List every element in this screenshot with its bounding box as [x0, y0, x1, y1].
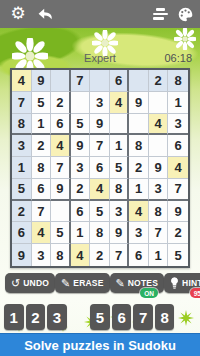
ad-banner[interactable]: Solve puzzles in Sudoku: [0, 333, 200, 356]
cell-r8c9[interactable]: 2: [168, 222, 188, 244]
cell-r8c2[interactable]: 4: [32, 222, 52, 244]
settings-gear-icon[interactable]: ⚙: [9, 5, 27, 23]
cell-r9c9[interactable]: 5: [168, 244, 188, 266]
leaderboard-list-icon[interactable]: [153, 5, 171, 23]
pencil-icon: ✎: [61, 278, 70, 289]
cell-r7c6[interactable]: 3: [110, 201, 130, 223]
cell-r3c7[interactable]: [129, 114, 149, 136]
undo-label: UNDO: [23, 278, 49, 288]
cell-r3c5[interactable]: 9: [90, 114, 110, 136]
cell-r9c8[interactable]: 1: [149, 244, 169, 266]
numpad-empty-slot-4: [69, 304, 89, 330]
cell-r2c4[interactable]: [71, 92, 91, 114]
numpad-button-3[interactable]: 3: [47, 304, 67, 330]
cell-r3c9[interactable]: 3: [168, 114, 188, 136]
cell-r3c3[interactable]: 6: [51, 114, 71, 136]
timer-label: 06:18: [164, 52, 192, 64]
cell-r6c9[interactable]: 7: [168, 179, 188, 201]
cell-r6c4[interactable]: 2: [71, 179, 91, 201]
top-app-bar: ⚙: [0, 0, 200, 28]
cell-r8c8[interactable]: 7: [149, 222, 169, 244]
cell-r7c7[interactable]: 4: [129, 201, 149, 223]
cell-r9c2[interactable]: 3: [32, 244, 52, 266]
cell-r6c6[interactable]: 8: [110, 179, 130, 201]
cell-r5c5[interactable]: 6: [90, 157, 110, 179]
cell-r8c1[interactable]: 6: [12, 222, 32, 244]
undo-icon: ↺: [11, 278, 20, 289]
cell-r7c9[interactable]: 9: [168, 201, 188, 223]
number-pad: 1235678: [4, 304, 196, 330]
numpad-button-6[interactable]: 6: [112, 304, 132, 330]
undo-button[interactable]: ↺UNDO: [5, 273, 55, 293]
cell-r3c1[interactable]: 8: [12, 114, 32, 136]
theme-palette-icon[interactable]: [176, 5, 194, 23]
cell-r7c1[interactable]: 2: [12, 201, 32, 223]
cell-r1c1[interactable]: 4: [12, 70, 32, 92]
cell-r7c5[interactable]: 5: [90, 201, 110, 223]
cell-r9c5[interactable]: 2: [90, 244, 110, 266]
cell-r6c3[interactable]: 9: [51, 179, 71, 201]
cell-r2c2[interactable]: 5: [32, 92, 52, 114]
cell-r5c4[interactable]: 3: [71, 157, 91, 179]
cell-r6c1[interactable]: 5: [12, 179, 32, 201]
sudoku-board: 4976287523491816594332497186187365294569…: [10, 68, 190, 268]
cell-r9c3[interactable]: 8: [51, 244, 71, 266]
cell-r4c6[interactable]: 1: [110, 135, 130, 157]
cell-r5c3[interactable]: 7: [51, 157, 71, 179]
cell-r9c4[interactable]: 4: [71, 244, 91, 266]
numpad-button-1[interactable]: 1: [4, 304, 24, 330]
sudoku-app-screen: ⚙ Expert 06:18 4976287523491816594332497…: [0, 0, 200, 356]
cell-r5c6[interactable]: 5: [110, 157, 130, 179]
cell-r5c8[interactable]: 9: [149, 157, 169, 179]
notes-label: NOTES: [128, 278, 158, 288]
cell-r4c3[interactable]: 4: [51, 135, 71, 157]
cell-r7c4[interactable]: 6: [71, 201, 91, 223]
pencil-icon: ✎: [116, 278, 125, 289]
cell-r1c5[interactable]: [90, 70, 110, 92]
cell-r4c8[interactable]: [149, 135, 169, 157]
cell-r6c7[interactable]: 1: [129, 179, 149, 201]
cell-r6c2[interactable]: 6: [32, 179, 52, 201]
cell-r8c6[interactable]: 9: [110, 222, 130, 244]
cell-r2c1[interactable]: 7: [12, 92, 32, 114]
erase-button[interactable]: ✎ERASE: [55, 273, 110, 293]
erase-label: ERASE: [73, 278, 103, 288]
ad-banner-text: Solve puzzles in Sudoku: [24, 338, 176, 353]
cell-r2c7[interactable]: 9: [129, 92, 149, 114]
cell-r1c4[interactable]: 7: [71, 70, 91, 92]
cell-r6c8[interactable]: 3: [149, 179, 169, 201]
cell-r5c7[interactable]: 2: [129, 157, 149, 179]
cell-r5c9[interactable]: 4: [168, 157, 188, 179]
cell-r1c3[interactable]: [51, 70, 71, 92]
cell-r8c3[interactable]: 5: [51, 222, 71, 244]
cell-r4c4[interactable]: 9: [71, 135, 91, 157]
cell-r4c5[interactable]: 7: [90, 135, 110, 157]
daisy-flower-icon: [174, 28, 196, 50]
hints-badge: 955: [190, 288, 200, 298]
cell-r3c2[interactable]: 1: [32, 114, 52, 136]
cell-r7c8[interactable]: 8: [149, 201, 169, 223]
action-toolbar: ↺UNDO✎ERASE✎NOTESONHINTS955: [0, 273, 200, 301]
cell-r1c7[interactable]: [129, 70, 149, 92]
numpad-empty-slot-9: [176, 304, 196, 330]
cell-r3c6[interactable]: [110, 114, 130, 136]
cell-r8c4[interactable]: 1: [71, 222, 91, 244]
undo-arrow-icon[interactable]: [36, 5, 54, 23]
cell-r8c5[interactable]: 8: [90, 222, 110, 244]
cell-r2c3[interactable]: 2: [51, 92, 71, 114]
cell-r2c8[interactable]: [149, 92, 169, 114]
cell-r4c1[interactable]: 3: [12, 135, 32, 157]
cell-r5c1[interactable]: 1: [12, 157, 32, 179]
cell-r5c2[interactable]: 8: [32, 157, 52, 179]
numpad-button-8[interactable]: 8: [155, 304, 175, 330]
bulb-icon: [170, 277, 179, 290]
cell-r1c6[interactable]: 6: [110, 70, 130, 92]
numpad-button-5[interactable]: 5: [90, 304, 110, 330]
notes-badge: ON: [140, 288, 158, 298]
cell-r7c3[interactable]: [51, 201, 71, 223]
cell-r8c7[interactable]: 3: [129, 222, 149, 244]
hints-button[interactable]: HINTS955: [164, 273, 200, 293]
cell-r4c2[interactable]: 2: [32, 135, 52, 157]
numpad-button-2[interactable]: 2: [26, 304, 46, 330]
cell-r3c8[interactable]: 4: [149, 114, 169, 136]
cell-r2c9[interactable]: 1: [168, 92, 188, 114]
cell-r2c6[interactable]: 4: [110, 92, 130, 114]
cell-r7c2[interactable]: 7: [32, 201, 52, 223]
hints-label: HINTS: [182, 278, 200, 288]
cell-r1c8[interactable]: 2: [149, 70, 169, 92]
cell-r9c6[interactable]: 7: [110, 244, 130, 266]
numpad-button-7[interactable]: 7: [133, 304, 153, 330]
notes-button[interactable]: ✎NOTESON: [110, 273, 165, 293]
cell-r2c5[interactable]: 3: [90, 92, 110, 114]
cell-r6c5[interactable]: 4: [90, 179, 110, 201]
cell-r1c2[interactable]: 9: [32, 70, 52, 92]
cell-r4c7[interactable]: 8: [129, 135, 149, 157]
cell-r1c9[interactable]: 8: [168, 70, 188, 92]
cell-r9c1[interactable]: 9: [12, 244, 32, 266]
cell-r3c4[interactable]: 5: [71, 114, 91, 136]
cell-r4c9[interactable]: 6: [168, 135, 188, 157]
cell-r9c7[interactable]: 6: [129, 244, 149, 266]
